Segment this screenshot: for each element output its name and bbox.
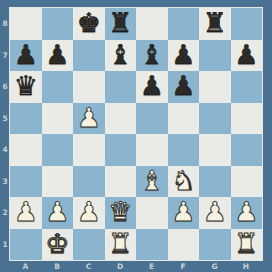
- square-g3[interactable]: [199, 166, 231, 198]
- rank-label-5: 5: [0, 103, 10, 135]
- chess-board: ♚♜♜♟♟♝♝♟♟♛♟♟♟♝♞♟♟♟♛♟♟♟♚♜♜: [10, 8, 262, 260]
- black-pawn[interactable]: ♟: [171, 41, 195, 68]
- square-a7[interactable]: ♟: [10, 40, 42, 72]
- square-b5[interactable]: [42, 103, 74, 135]
- file-label-b: B: [42, 260, 74, 272]
- black-pawn[interactable]: ♟: [171, 72, 195, 99]
- square-b8[interactable]: [42, 8, 74, 40]
- white-knight[interactable]: ♞: [171, 167, 195, 194]
- white-pawn[interactable]: ♟: [234, 198, 258, 225]
- white-king[interactable]: ♚: [45, 230, 69, 257]
- file-label-g: G: [199, 260, 231, 272]
- square-e3[interactable]: ♝: [136, 166, 168, 198]
- file-label-a: A: [10, 260, 42, 272]
- square-f4[interactable]: [168, 134, 200, 166]
- file-label-e: E: [136, 260, 168, 272]
- file-label-c: C: [73, 260, 105, 272]
- rank-label-4: 4: [0, 134, 10, 166]
- square-h3[interactable]: [231, 166, 263, 198]
- rank-label-3: 3: [0, 166, 10, 198]
- square-h1[interactable]: ♜: [231, 229, 263, 261]
- black-bishop[interactable]: ♝: [108, 41, 132, 68]
- square-g6[interactable]: [199, 71, 231, 103]
- square-h2[interactable]: ♟: [231, 197, 263, 229]
- black-pawn[interactable]: ♟: [14, 41, 38, 68]
- square-h4[interactable]: [231, 134, 263, 166]
- black-bishop[interactable]: ♝: [140, 41, 164, 68]
- square-c5[interactable]: ♟: [73, 103, 105, 135]
- square-h7[interactable]: ♟: [231, 40, 263, 72]
- square-d4[interactable]: [105, 134, 137, 166]
- square-b4[interactable]: [42, 134, 74, 166]
- white-pawn[interactable]: ♟: [171, 198, 195, 225]
- black-pawn[interactable]: ♟: [45, 41, 69, 68]
- square-g8[interactable]: ♜: [199, 8, 231, 40]
- black-pawn[interactable]: ♟: [234, 41, 258, 68]
- square-a5[interactable]: [10, 103, 42, 135]
- black-rook[interactable]: ♜: [108, 9, 132, 36]
- rank-label-6: 6: [0, 71, 10, 103]
- square-a1[interactable]: [10, 229, 42, 261]
- square-a3[interactable]: [10, 166, 42, 198]
- rank-label-7: 7: [0, 40, 10, 72]
- square-e2[interactable]: [136, 197, 168, 229]
- square-g7[interactable]: [199, 40, 231, 72]
- square-e4[interactable]: [136, 134, 168, 166]
- chess-board-frame: 87654321 ♚♜♜♟♟♝♝♟♟♛♟♟♟♝♞♟♟♟♛♟♟♟♚♜♜ ABCDE…: [0, 0, 272, 272]
- square-d2[interactable]: ♛: [105, 197, 137, 229]
- square-d5[interactable]: [105, 103, 137, 135]
- white-pawn[interactable]: ♟: [77, 104, 101, 131]
- square-d7[interactable]: ♝: [105, 40, 137, 72]
- black-pawn[interactable]: ♟: [140, 72, 164, 99]
- square-f5[interactable]: [168, 103, 200, 135]
- square-e5[interactable]: [136, 103, 168, 135]
- rank-label-1: 1: [0, 229, 10, 261]
- square-f3[interactable]: ♞: [168, 166, 200, 198]
- square-h6[interactable]: [231, 71, 263, 103]
- square-c4[interactable]: [73, 134, 105, 166]
- square-g2[interactable]: ♟: [199, 197, 231, 229]
- file-label-d: D: [105, 260, 137, 272]
- square-f2[interactable]: ♟: [168, 197, 200, 229]
- file-label-h: H: [231, 260, 263, 272]
- square-a4[interactable]: [10, 134, 42, 166]
- square-c1[interactable]: [73, 229, 105, 261]
- black-rook[interactable]: ♜: [203, 9, 227, 36]
- white-pawn[interactable]: ♟: [14, 198, 38, 225]
- square-g1[interactable]: [199, 229, 231, 261]
- square-c7[interactable]: [73, 40, 105, 72]
- square-h5[interactable]: [231, 103, 263, 135]
- square-c3[interactable]: [73, 166, 105, 198]
- white-bishop[interactable]: ♝: [140, 167, 164, 194]
- square-d8[interactable]: ♜: [105, 8, 137, 40]
- square-f8[interactable]: [168, 8, 200, 40]
- square-c8[interactable]: ♚: [73, 8, 105, 40]
- file-label-f: F: [168, 260, 200, 272]
- square-d6[interactable]: [105, 71, 137, 103]
- square-f7[interactable]: ♟: [168, 40, 200, 72]
- square-b2[interactable]: ♟: [42, 197, 74, 229]
- square-g4[interactable]: [199, 134, 231, 166]
- rank-label-2: 2: [0, 197, 10, 229]
- white-pawn[interactable]: ♟: [203, 198, 227, 225]
- square-e7[interactable]: ♝: [136, 40, 168, 72]
- square-f6[interactable]: ♟: [168, 71, 200, 103]
- square-f1[interactable]: [168, 229, 200, 261]
- square-d1[interactable]: ♜: [105, 229, 137, 261]
- square-a2[interactable]: ♟: [10, 197, 42, 229]
- white-queen[interactable]: ♛: [108, 198, 132, 225]
- square-e8[interactable]: [136, 8, 168, 40]
- white-pawn[interactable]: ♟: [45, 198, 69, 225]
- square-c2[interactable]: ♟: [73, 197, 105, 229]
- square-g5[interactable]: [199, 103, 231, 135]
- square-d3[interactable]: [105, 166, 137, 198]
- square-c6[interactable]: [73, 71, 105, 103]
- square-b7[interactable]: ♟: [42, 40, 74, 72]
- black-king[interactable]: ♚: [77, 9, 101, 36]
- square-a8[interactable]: [10, 8, 42, 40]
- rank-label-8: 8: [0, 8, 10, 40]
- black-queen[interactable]: ♛: [14, 72, 38, 99]
- square-e1[interactable]: [136, 229, 168, 261]
- square-h8[interactable]: [231, 8, 263, 40]
- square-e6[interactable]: ♟: [136, 71, 168, 103]
- white-pawn[interactable]: ♟: [77, 198, 101, 225]
- square-a6[interactable]: ♛: [10, 71, 42, 103]
- white-rook[interactable]: ♜: [108, 230, 132, 257]
- square-b3[interactable]: [42, 166, 74, 198]
- white-rook[interactable]: ♜: [234, 230, 258, 257]
- square-b6[interactable]: [42, 71, 74, 103]
- square-b1[interactable]: ♚: [42, 229, 74, 261]
